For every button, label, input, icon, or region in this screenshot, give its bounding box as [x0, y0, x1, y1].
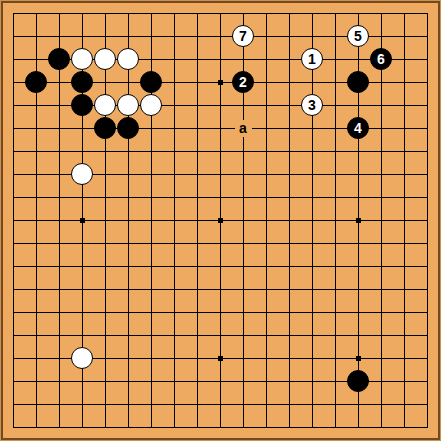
white-stone: [117, 94, 139, 116]
move-7-stone: 7: [232, 25, 254, 47]
black-stone: [71, 94, 93, 116]
white-stone: [117, 48, 139, 70]
white-stone: [140, 94, 162, 116]
move-2-stone: 2: [232, 71, 254, 93]
white-stone: [94, 94, 116, 116]
black-stone: [347, 370, 369, 392]
stones-layer: 1234567a: [2, 2, 439, 439]
move-6-stone: 6: [370, 48, 392, 70]
star-point: [218, 356, 223, 361]
star-point: [356, 218, 361, 223]
star-point: [356, 356, 361, 361]
white-stone: [71, 163, 93, 185]
black-stone: [25, 71, 47, 93]
star-point: [218, 80, 223, 85]
black-stone: [94, 117, 116, 139]
black-stone: [140, 71, 162, 93]
black-stone: [71, 71, 93, 93]
move-1-stone: 1: [301, 48, 323, 70]
star-point: [218, 218, 223, 223]
go-board: 1234567a: [0, 0, 441, 441]
move-4-stone: 4: [347, 117, 369, 139]
star-point: [80, 218, 85, 223]
white-stone: [71, 48, 93, 70]
black-stone: [48, 48, 70, 70]
black-stone: [347, 71, 369, 93]
point-label-a: a: [235, 120, 252, 137]
black-stone: [117, 117, 139, 139]
white-stone: [94, 48, 116, 70]
move-5-stone: 5: [347, 25, 369, 47]
move-3-stone: 3: [301, 94, 323, 116]
white-stone: [71, 347, 93, 369]
